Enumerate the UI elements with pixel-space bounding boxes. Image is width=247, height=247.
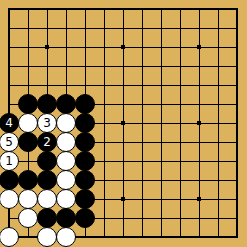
white-stone <box>56 189 76 209</box>
black-stone <box>37 94 57 114</box>
black-stone <box>75 189 95 209</box>
white-stone <box>37 189 57 209</box>
white-stone <box>56 170 76 190</box>
stones-layer: 43521 <box>0 0 247 247</box>
black-stone <box>75 151 95 171</box>
white-stone <box>37 227 57 247</box>
black-stone <box>56 208 76 228</box>
move-number: 4 <box>5 117 13 129</box>
white-stone-move-3: 3 <box>37 113 57 133</box>
move-number: 5 <box>5 136 13 148</box>
black-stone <box>56 94 76 114</box>
white-stone-move-1: 1 <box>0 151 19 171</box>
black-stone-move-2: 2 <box>37 132 57 152</box>
move-number: 2 <box>43 136 51 148</box>
white-stone <box>18 189 38 209</box>
white-stone <box>0 227 19 247</box>
white-stone <box>56 227 76 247</box>
white-stone <box>0 189 19 209</box>
black-stone <box>0 170 19 190</box>
black-stone <box>75 132 95 152</box>
black-stone <box>18 132 38 152</box>
move-number: 1 <box>5 155 13 167</box>
white-stone-move-5: 5 <box>0 132 19 152</box>
white-stone <box>56 132 76 152</box>
black-stone <box>75 94 95 114</box>
white-stone <box>18 113 38 133</box>
black-stone <box>18 170 38 190</box>
black-stone <box>37 208 57 228</box>
black-stone <box>75 113 95 133</box>
white-stone <box>56 151 76 171</box>
black-stone <box>37 170 57 190</box>
white-stone <box>56 113 76 133</box>
white-stone <box>18 208 38 228</box>
go-board: 43521 <box>0 0 247 247</box>
black-stone <box>18 94 38 114</box>
black-stone <box>75 170 95 190</box>
black-stone <box>37 151 57 171</box>
move-number: 3 <box>43 117 51 129</box>
black-stone <box>75 208 95 228</box>
black-stone-move-4: 4 <box>0 113 19 133</box>
